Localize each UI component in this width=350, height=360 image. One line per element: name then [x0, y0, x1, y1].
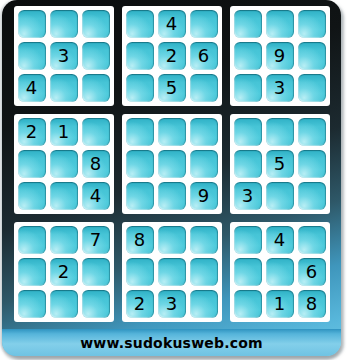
cell-r2c4[interactable]	[126, 42, 154, 70]
box-r2c2: 9	[122, 114, 222, 214]
cell-r8c6[interactable]	[190, 258, 218, 286]
cell-r2c7[interactable]	[234, 42, 262, 70]
cell-r1c7[interactable]	[234, 10, 262, 38]
cell-r8c4[interactable]	[126, 258, 154, 286]
footer-bar: www.sudokusweb.com	[2, 329, 341, 356]
cell-r3c4[interactable]	[126, 74, 154, 102]
cell-r2c8: 9	[266, 42, 294, 70]
box-r1c3: 93	[230, 6, 330, 106]
cell-r5c1[interactable]	[18, 150, 46, 178]
cell-r6c7: 3	[234, 182, 262, 210]
cell-r3c8: 3	[266, 74, 294, 102]
cell-r4c8[interactable]	[266, 118, 294, 146]
cell-r7c5[interactable]	[158, 226, 186, 254]
cell-r4c6[interactable]	[190, 118, 218, 146]
cell-r9c7[interactable]	[234, 290, 262, 318]
cell-r4c9[interactable]	[298, 118, 326, 146]
cell-r3c5: 5	[158, 74, 186, 102]
cell-r5c8: 5	[266, 150, 294, 178]
cell-r7c2[interactable]	[50, 226, 78, 254]
cell-r9c2[interactable]	[50, 290, 78, 318]
cell-r5c9[interactable]	[298, 150, 326, 178]
cell-r2c6: 6	[190, 42, 218, 70]
cell-r5c7[interactable]	[234, 150, 262, 178]
cell-r8c7[interactable]	[234, 258, 262, 286]
cell-r4c4[interactable]	[126, 118, 154, 146]
cell-r1c2[interactable]	[50, 10, 78, 38]
cell-r9c6[interactable]	[190, 290, 218, 318]
cell-r9c1[interactable]	[18, 290, 46, 318]
cell-r7c6[interactable]	[190, 226, 218, 254]
cell-r4c7[interactable]	[234, 118, 262, 146]
cell-r7c8: 4	[266, 226, 294, 254]
cell-r8c9: 6	[298, 258, 326, 286]
cell-r4c1: 2	[18, 118, 46, 146]
cell-r7c3: 7	[82, 226, 110, 254]
cell-r7c7[interactable]	[234, 226, 262, 254]
cell-r9c9: 8	[298, 290, 326, 318]
cell-r6c3: 4	[82, 182, 110, 210]
cell-r3c3[interactable]	[82, 74, 110, 102]
cell-r4c3[interactable]	[82, 118, 110, 146]
cell-r5c2[interactable]	[50, 150, 78, 178]
cell-r6c6: 9	[190, 182, 218, 210]
cell-r8c8[interactable]	[266, 258, 294, 286]
cell-r6c4[interactable]	[126, 182, 154, 210]
cell-r5c5[interactable]	[158, 150, 186, 178]
cell-r8c2: 2	[50, 258, 78, 286]
box-r2c1: 2184	[14, 114, 114, 214]
cell-r1c4[interactable]	[126, 10, 154, 38]
box-r3c2: 823	[122, 222, 222, 322]
cell-r8c5[interactable]	[158, 258, 186, 286]
cell-r6c1[interactable]	[18, 182, 46, 210]
box-r1c2: 4265	[122, 6, 222, 106]
cell-r9c4: 2	[126, 290, 154, 318]
cell-r4c5[interactable]	[158, 118, 186, 146]
box-r3c1: 72	[14, 222, 114, 322]
cell-r1c9[interactable]	[298, 10, 326, 38]
box-r3c3: 4618	[230, 222, 330, 322]
cell-r2c2: 3	[50, 42, 78, 70]
cell-r1c8[interactable]	[266, 10, 294, 38]
cell-r5c6[interactable]	[190, 150, 218, 178]
box-r2c3: 53	[230, 114, 330, 214]
cell-r2c3[interactable]	[82, 42, 110, 70]
cell-r8c1[interactable]	[18, 258, 46, 286]
cell-r1c1[interactable]	[18, 10, 46, 38]
cell-r1c5: 4	[158, 10, 186, 38]
cell-r6c8[interactable]	[266, 182, 294, 210]
cell-r3c2[interactable]	[50, 74, 78, 102]
cell-r3c9[interactable]	[298, 74, 326, 102]
board-frame: 344265932184953728234618 www.sudokusweb.…	[2, 0, 341, 356]
cell-r6c9[interactable]	[298, 182, 326, 210]
cell-r7c1[interactable]	[18, 226, 46, 254]
cell-r9c5: 3	[158, 290, 186, 318]
cell-r3c6[interactable]	[190, 74, 218, 102]
cell-r1c3[interactable]	[82, 10, 110, 38]
cell-r2c9[interactable]	[298, 42, 326, 70]
cell-r5c3: 8	[82, 150, 110, 178]
cell-r6c2[interactable]	[50, 182, 78, 210]
cell-r3c1: 4	[18, 74, 46, 102]
cell-r9c3[interactable]	[82, 290, 110, 318]
cell-r5c4[interactable]	[126, 150, 154, 178]
cell-r2c5: 2	[158, 42, 186, 70]
cell-r8c3[interactable]	[82, 258, 110, 286]
cell-r6c5[interactable]	[158, 182, 186, 210]
cell-r3c7[interactable]	[234, 74, 262, 102]
cell-r7c9[interactable]	[298, 226, 326, 254]
cell-r1c6[interactable]	[190, 10, 218, 38]
cell-r2c1[interactable]	[18, 42, 46, 70]
sudoku-board: 344265932184953728234618 www.sudokusweb.…	[0, 0, 350, 360]
box-r1c1: 34	[14, 6, 114, 106]
cell-r9c8: 1	[266, 290, 294, 318]
site-url[interactable]: www.sudokusweb.com	[80, 335, 263, 351]
cell-r4c2: 1	[50, 118, 78, 146]
sudoku-grid: 344265932184953728234618	[14, 6, 330, 322]
cell-r7c4: 8	[126, 226, 154, 254]
